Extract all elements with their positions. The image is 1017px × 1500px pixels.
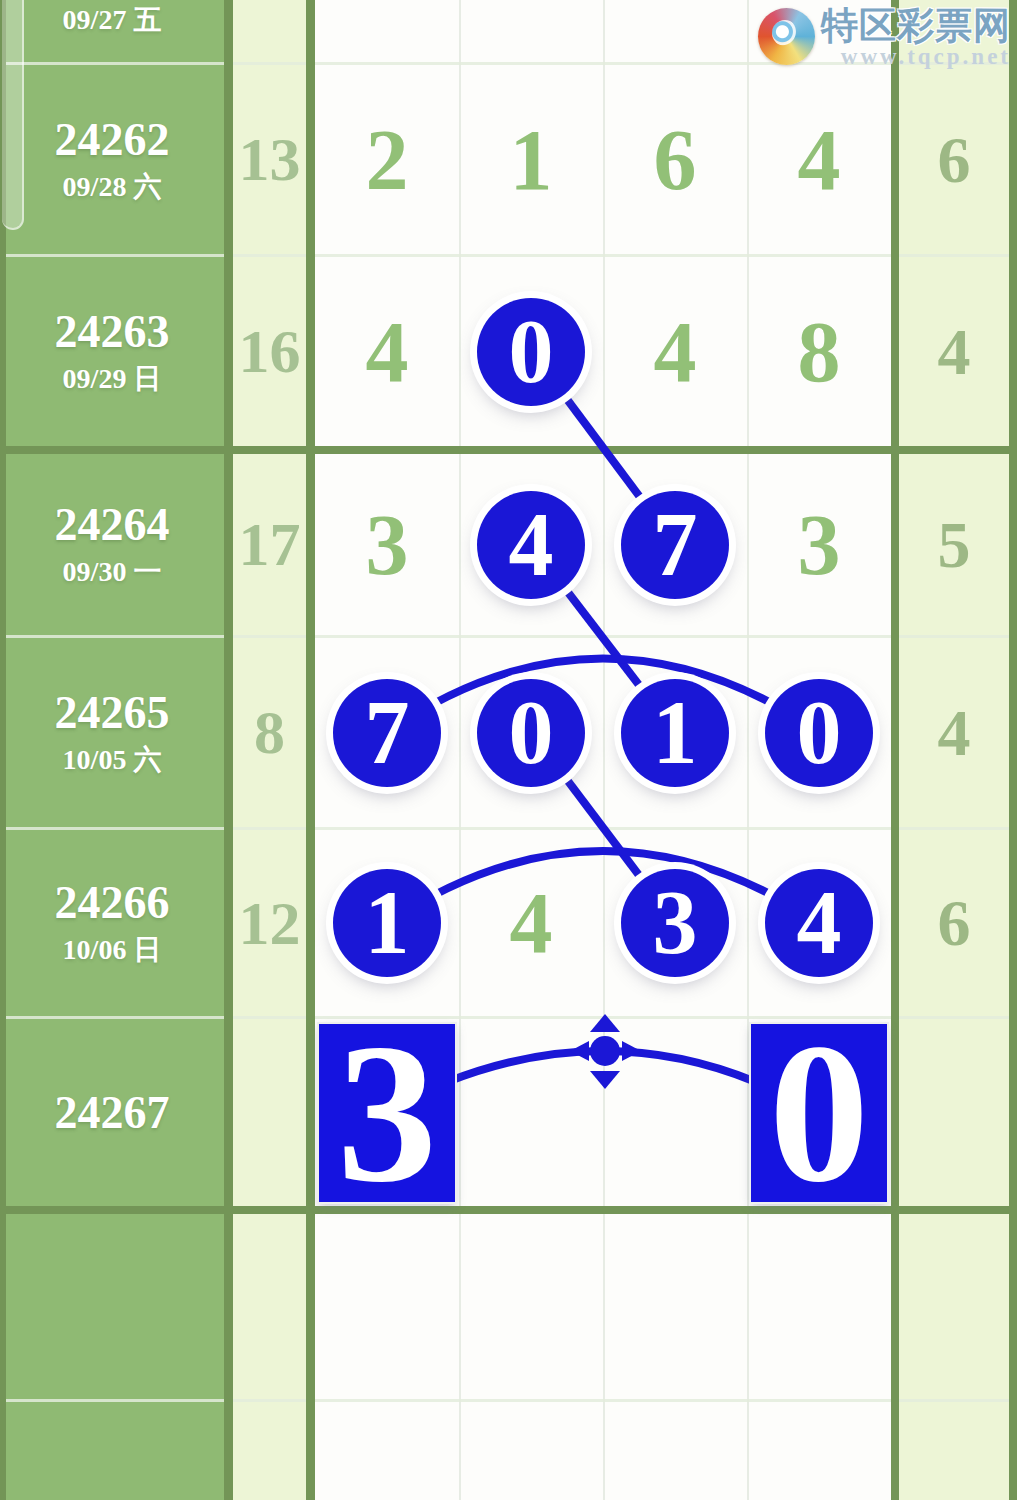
table-row: 24265 10/05 六 8 7 0 1 0 4 xyxy=(0,638,1017,827)
period-date-cell: 24265 10/05 六 xyxy=(0,638,224,827)
highlighted-digit: 0 xyxy=(477,298,585,406)
sum-value: 13 xyxy=(239,124,301,195)
partial-digit: 0 xyxy=(654,0,697,12)
sum-cell: 16 xyxy=(233,257,306,446)
left-edge-overlay xyxy=(2,0,24,230)
digit: 4 xyxy=(798,110,841,210)
digit: 4 xyxy=(654,302,697,402)
digit-cell: 1 xyxy=(315,830,459,1016)
highlighted-digit: 4 xyxy=(765,869,873,977)
group-border xyxy=(0,1206,1017,1214)
digit-cell: 2 xyxy=(315,65,459,254)
digit: 3 xyxy=(366,495,409,595)
period-number: 24267 xyxy=(55,1089,170,1137)
lottery-trend-chart: 09/27 五 2 9 0 9 24262 09/28 六 13 2 1 6 4… xyxy=(0,0,1017,1500)
period-date-cell: 24263 09/29 日 xyxy=(0,257,224,446)
digit-cell: 4 xyxy=(459,830,603,1016)
digit: 4 xyxy=(510,873,553,973)
sum-cell: 13 xyxy=(233,65,306,254)
group-border xyxy=(0,446,1017,454)
table-row: 24262 09/28 六 13 2 1 6 4 6 xyxy=(0,65,1017,254)
table-row: 24263 09/29 日 16 4 0 4 8 4 xyxy=(0,257,1017,446)
draw-date: 09/27 五 xyxy=(0,3,224,37)
sum-value: 8 xyxy=(254,697,285,768)
period-number: 24264 xyxy=(55,501,170,549)
digit-cell: 0 xyxy=(459,257,603,446)
digit-cell: 4 xyxy=(459,454,603,635)
period-number: 24263 xyxy=(55,308,170,356)
digit-cell: 0 xyxy=(459,638,603,827)
right-stat-cell: 5 xyxy=(899,454,1009,635)
prediction-digit-marker[interactable]: 3 xyxy=(319,1024,455,1202)
partial-digit: 9 xyxy=(510,0,553,12)
digit-cell: 0 xyxy=(747,1019,891,1206)
digit-cell: 3 xyxy=(603,830,747,1016)
sum-cell: 8 xyxy=(233,638,306,827)
sum-value: 16 xyxy=(239,316,301,387)
row-separator xyxy=(0,1399,1017,1402)
digit-cell: 1 xyxy=(603,638,747,827)
period-date-cell: 24264 09/30 一 xyxy=(0,454,224,635)
digit-cell: 4 xyxy=(747,65,891,254)
table-row: 24264 09/30 一 17 3 4 7 3 5 xyxy=(0,454,1017,635)
sum-value: 17 xyxy=(239,509,301,580)
digit-cell: 3 xyxy=(747,454,891,635)
draw-date: 09/28 六 xyxy=(63,170,162,204)
table-row: 24266 10/06 日 12 1 4 3 4 6 xyxy=(0,830,1017,1016)
period-number: 24265 xyxy=(55,689,170,737)
stat-value: 6 xyxy=(938,885,971,961)
period-date-cell: 24266 10/06 日 xyxy=(0,830,224,1016)
period-date-cell: 24267 xyxy=(0,1019,224,1206)
prediction-digit-marker[interactable]: 0 xyxy=(751,1024,887,1202)
digit-cell: 0 xyxy=(747,638,891,827)
highlighted-digit: 7 xyxy=(621,491,729,599)
digit: 3 xyxy=(798,495,841,595)
site-logo-text: 特区彩票网 www.tqcp.net xyxy=(821,6,1011,69)
right-stat-cell: 6 xyxy=(899,830,1009,1016)
digit-cell: 1 xyxy=(459,65,603,254)
digit-cell: 4 xyxy=(315,257,459,446)
sum-cell: 17 xyxy=(233,454,306,635)
digit: 8 xyxy=(798,302,841,402)
right-stat-cell: 4 xyxy=(899,257,1009,446)
digit: 4 xyxy=(366,302,409,402)
period-number: 24262 xyxy=(55,116,170,164)
right-stat-cell: 4 xyxy=(899,638,1009,827)
digit-cell: 7 xyxy=(603,454,747,635)
digit-cell: 6 xyxy=(603,65,747,254)
digit-cell: 9 xyxy=(459,0,603,62)
highlighted-digit: 7 xyxy=(333,679,441,787)
digit-cell: 4 xyxy=(603,257,747,446)
sum-cell: 12 xyxy=(233,830,306,1016)
period-date-cell: 24262 09/28 六 xyxy=(0,65,224,254)
digit-cell: 7 xyxy=(315,638,459,827)
site-url: www.tqcp.net xyxy=(841,45,1011,69)
highlighted-digit: 3 xyxy=(621,869,729,977)
highlighted-digit: 1 xyxy=(621,679,729,787)
period-number: 24266 xyxy=(55,879,170,927)
stat-value: 4 xyxy=(938,695,971,771)
prediction-row: 24267 3 0 xyxy=(0,1019,1017,1206)
site-name: 特区彩票网 xyxy=(821,6,1011,46)
stat-value: 5 xyxy=(938,507,971,583)
digit: 1 xyxy=(510,110,553,210)
digit-cell: 8 xyxy=(747,257,891,446)
digit: 6 xyxy=(654,110,697,210)
highlighted-digit: 4 xyxy=(477,491,585,599)
digit-cell: 4 xyxy=(747,830,891,1016)
period-date-cell: 09/27 五 xyxy=(0,0,224,62)
draw-date: 10/06 日 xyxy=(63,933,162,967)
stat-value: 6 xyxy=(938,122,971,198)
digit-cell: 0 xyxy=(603,0,747,62)
digit-cell: 3 xyxy=(315,454,459,635)
draw-date: 10/05 六 xyxy=(63,743,162,777)
stat-value: 4 xyxy=(938,314,971,390)
digit-cell: 2 xyxy=(315,0,459,62)
sum-value: 12 xyxy=(239,888,301,959)
highlighted-digit: 0 xyxy=(477,679,585,787)
site-watermark[interactable]: 特区彩票网 www.tqcp.net xyxy=(758,6,1011,69)
draw-date: 09/30 一 xyxy=(63,555,162,589)
right-stat-cell: 6 xyxy=(899,65,1009,254)
highlighted-digit: 0 xyxy=(765,679,873,787)
digit: 2 xyxy=(366,110,409,210)
site-logo-icon xyxy=(758,8,815,65)
partial-digit: 2 xyxy=(366,0,409,12)
digit-cell: 3 xyxy=(315,1019,459,1206)
draw-date: 09/29 日 xyxy=(63,362,162,396)
highlighted-digit: 1 xyxy=(333,869,441,977)
